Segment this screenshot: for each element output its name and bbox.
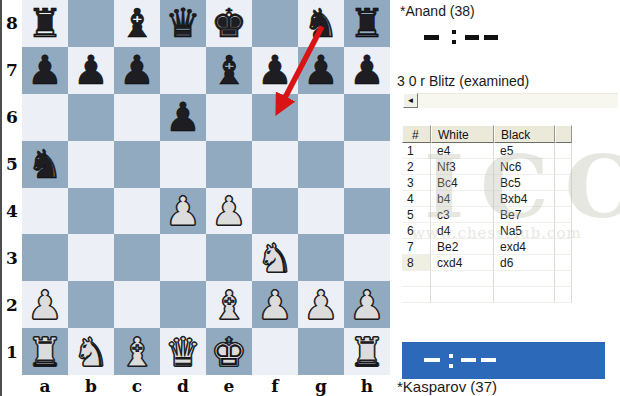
square-e3[interactable]: [206, 234, 252, 281]
empty-cell: [555, 207, 572, 223]
piece-black-rook-a8[interactable]: ♜: [27, 0, 63, 46]
square-b2[interactable]: [68, 281, 114, 328]
move-3-white-move[interactable]: Bc4: [431, 175, 494, 191]
square-f5[interactable]: [252, 141, 298, 188]
piece-black-rook-h8[interactable]: ♜: [349, 0, 385, 46]
square-b1[interactable]: ♞: [68, 328, 114, 375]
scrollbar-track[interactable]: [418, 93, 618, 108]
col-header-white[interactable]: White: [431, 125, 494, 143]
chess-board: ♜♝♛♚♞♜♟♟♟♝♟♟♟♟♞♟♟♞♟♝♟♟♟♜♞♝♛♚♜: [22, 0, 390, 375]
clock-dash: [465, 35, 479, 40]
piece-white-rook-h1[interactable]: ♜: [349, 329, 385, 375]
square-c7[interactable]: ♟: [114, 47, 160, 94]
moves-horizontal-scrollbar[interactable]: ◄: [403, 93, 618, 108]
empty-cell: [555, 175, 572, 191]
move-5-number[interactable]: 5: [402, 207, 431, 223]
empty-cell: [431, 271, 494, 287]
move-7-black-move[interactable]: exd4: [494, 239, 555, 255]
piece-white-pawn-a2[interactable]: ♟: [27, 282, 63, 328]
clock-colon-dot: [452, 30, 456, 34]
rank-label-5: 5: [2, 141, 22, 188]
square-f7[interactable]: ♟: [252, 47, 298, 94]
square-g6[interactable]: [298, 94, 344, 141]
scroll-left-icon: ◄: [407, 97, 415, 105]
square-f1[interactable]: [252, 328, 298, 375]
rank-label-6: 6: [2, 94, 22, 141]
square-g7[interactable]: ♟: [298, 47, 344, 94]
bottom-player-name: *Kasparov (37): [397, 378, 497, 395]
top-clock-value: - : --: [424, 26, 425, 27]
empty-cell: [555, 143, 572, 159]
clock-dash: [484, 35, 498, 40]
piece-white-pawn-g2[interactable]: ♟: [303, 282, 339, 328]
square-a1[interactable]: ♜: [22, 328, 68, 375]
square-e4[interactable]: ♟: [206, 188, 252, 235]
square-b7[interactable]: ♟: [68, 47, 114, 94]
square-f6[interactable]: [252, 94, 298, 141]
piece-white-bishop-e2[interactable]: ♝: [211, 282, 247, 328]
square-d4[interactable]: ♟: [160, 188, 206, 235]
square-g2[interactable]: ♟: [298, 281, 344, 328]
piece-white-pawn-h2[interactable]: ♟: [349, 282, 385, 328]
game-info-label: 3 0 r Blitz (examined): [397, 73, 529, 89]
move-4-number[interactable]: 4: [402, 191, 431, 207]
square-c1[interactable]: ♝: [114, 328, 160, 375]
move-1-number[interactable]: 1: [402, 143, 431, 159]
square-e7[interactable]: ♝: [206, 47, 252, 94]
square-b8[interactable]: [68, 0, 114, 47]
square-d1[interactable]: ♛: [160, 328, 206, 375]
square-a7[interactable]: ♟: [22, 47, 68, 94]
clock-dash: [424, 35, 439, 40]
square-h2[interactable]: ♟: [344, 281, 390, 328]
file-label-c: c: [114, 375, 160, 396]
piece-white-queen-d1[interactable]: ♛: [165, 329, 201, 375]
square-e1[interactable]: ♚: [206, 328, 252, 375]
move-1-black-move[interactable]: e5: [494, 143, 555, 159]
bottom-clock-value: - : --: [402, 342, 403, 343]
square-b4[interactable]: [68, 188, 114, 235]
empty-cell: [494, 287, 555, 303]
clock-colon-dot: [449, 364, 453, 368]
rank-label-7: 7: [2, 47, 22, 94]
square-g8[interactable]: ♞: [298, 0, 344, 47]
square-c3[interactable]: [114, 234, 160, 281]
move-2-black-move[interactable]: Nc6: [494, 159, 555, 175]
square-h6[interactable]: [344, 94, 390, 141]
square-d8[interactable]: ♛: [160, 0, 206, 47]
square-f4[interactable]: [252, 188, 298, 235]
move-row-5: 5c3Be7: [402, 207, 572, 223]
move-row-1: 1e4e5: [402, 143, 572, 159]
square-c6[interactable]: [114, 94, 160, 141]
rank-label-1: 1: [2, 328, 22, 375]
empty-cell: [555, 223, 572, 239]
square-c5[interactable]: [114, 141, 160, 188]
square-e8[interactable]: ♚: [206, 0, 252, 47]
move-row-6: 6d4Na5: [402, 223, 572, 239]
move-8-black-move[interactable]: d6: [494, 255, 555, 271]
piece-black-queen-d8[interactable]: ♛: [165, 0, 201, 46]
piece-white-knight-f3[interactable]: ♞: [257, 235, 293, 281]
file-label-f: f: [252, 375, 298, 396]
piece-black-pawn-a7[interactable]: ♟: [27, 47, 63, 93]
move-3-black-move[interactable]: Bc5: [494, 175, 555, 191]
clock-colon-dot: [449, 354, 453, 358]
move-list-body: 1e4e52Nf3Nc63Bc4Bc54b4Bxb45c3Be76d4Na57B…: [402, 143, 572, 303]
file-labels: abcdefgh: [22, 375, 390, 396]
square-c8[interactable]: ♝: [114, 0, 160, 47]
empty-cell: [402, 287, 431, 303]
file-label-b: b: [68, 375, 114, 396]
empty-cell: [402, 271, 431, 287]
move-row-3: 3Bc4Bc5: [402, 175, 572, 191]
move-row-7: 7Be2exd4: [402, 239, 572, 255]
square-h1[interactable]: ♜: [344, 328, 390, 375]
piece-black-bishop-e7[interactable]: ♝: [211, 47, 247, 93]
file-label-d: d: [160, 375, 206, 396]
square-a2[interactable]: ♟: [22, 281, 68, 328]
move-row-8: 8cxd4d6: [402, 255, 572, 271]
square-d2[interactable]: [160, 281, 206, 328]
square-b3[interactable]: [68, 234, 114, 281]
clock-colon-dot: [452, 40, 456, 44]
move-5-white-move[interactable]: c3: [431, 207, 494, 223]
move-2-white-move[interactable]: Nf3: [431, 159, 494, 175]
rank-label-3: 3: [2, 234, 22, 281]
bottom-player-clock-active: - : --: [402, 342, 605, 379]
piece-white-pawn-e4[interactable]: ♟: [211, 188, 247, 234]
square-e6[interactable]: [206, 94, 252, 141]
empty-cell: [494, 271, 555, 287]
empty-cell: [555, 287, 572, 303]
square-f3[interactable]: ♞: [252, 234, 298, 281]
empty-cell: [555, 255, 572, 271]
clock-dash: [461, 358, 476, 362]
piece-white-king-e1[interactable]: ♚: [211, 329, 247, 375]
square-c2[interactable]: [114, 281, 160, 328]
piece-white-knight-b1[interactable]: ♞: [73, 329, 109, 375]
chess-app-window: 87654321 ♜♝♛♚♞♜♟♟♟♝♟♟♟♟♞♟♟♞♟♝♟♟♟♜♞♝♛♚♜ a…: [0, 0, 620, 396]
piece-white-pawn-f2[interactable]: ♟: [257, 282, 293, 328]
piece-white-pawn-d4[interactable]: ♟: [165, 188, 201, 234]
move-4-white-move[interactable]: b4: [431, 191, 494, 207]
move-4-black-move[interactable]: Bxb4: [494, 191, 555, 207]
square-d5[interactable]: [160, 141, 206, 188]
top-player-clock: - : --: [424, 26, 506, 50]
square-g1[interactable]: [298, 328, 344, 375]
clock-dash: [424, 358, 440, 362]
square-f8[interactable]: [252, 0, 298, 47]
piece-black-knight-g8[interactable]: ♞: [303, 0, 339, 46]
piece-black-pawn-c7[interactable]: ♟: [119, 47, 155, 93]
scroll-left-button[interactable]: ◄: [403, 93, 418, 108]
square-a4[interactable]: [22, 188, 68, 235]
move-1-white-move[interactable]: e4: [431, 143, 494, 159]
square-b6[interactable]: [68, 94, 114, 141]
file-label-g: g: [298, 375, 344, 396]
square-b5[interactable]: [68, 141, 114, 188]
square-g4[interactable]: [298, 188, 344, 235]
piece-black-pawn-b7[interactable]: ♟: [73, 47, 109, 93]
move-2-number[interactable]: 2: [402, 159, 431, 175]
square-h4[interactable]: [344, 188, 390, 235]
rank-labels: 87654321: [2, 0, 22, 375]
square-h3[interactable]: [344, 234, 390, 281]
piece-black-pawn-h7[interactable]: ♟: [349, 47, 385, 93]
top-player-name: *Anand (38): [400, 3, 475, 19]
rank-label-8: 8: [2, 0, 22, 47]
move-row-2: 2Nf3Nc6: [402, 159, 572, 175]
file-label-e: e: [206, 375, 252, 396]
move-5-black-move[interactable]: Be7: [494, 207, 555, 223]
piece-white-bishop-c1[interactable]: ♝: [119, 329, 155, 375]
square-a5[interactable]: ♞: [22, 141, 68, 188]
square-a8[interactable]: ♜: [22, 0, 68, 47]
piece-black-pawn-f7[interactable]: ♟: [257, 47, 293, 93]
move-row-empty: [402, 271, 572, 287]
empty-cell: [555, 159, 572, 175]
file-label-a: a: [22, 375, 68, 396]
square-a3[interactable]: [22, 234, 68, 281]
square-h7[interactable]: ♟: [344, 47, 390, 94]
square-h5[interactable]: [344, 141, 390, 188]
col-header-extra[interactable]: [555, 125, 572, 143]
piece-black-knight-a5[interactable]: ♞: [27, 141, 63, 187]
square-c4[interactable]: [114, 188, 160, 235]
col-header-number[interactable]: #: [402, 125, 431, 143]
rank-label-2: 2: [2, 281, 22, 328]
move-8-number[interactable]: 8: [402, 255, 431, 271]
move-3-number[interactable]: 3: [402, 175, 431, 191]
empty-cell: [555, 239, 572, 255]
square-d6[interactable]: ♟: [160, 94, 206, 141]
move-7-white-move[interactable]: Be2: [431, 239, 494, 255]
empty-cell: [555, 191, 572, 207]
move-list-table: # White Black 1e4e52Nf3Nc63Bc4Bc54b4Bxb4…: [402, 125, 572, 303]
piece-black-king-e8[interactable]: ♚: [211, 0, 247, 46]
square-e2[interactable]: ♝: [206, 281, 252, 328]
square-h8[interactable]: ♜: [344, 0, 390, 47]
move-row-4: 4b4Bxb4: [402, 191, 572, 207]
col-header-black[interactable]: Black: [494, 125, 555, 143]
square-d7[interactable]: [160, 47, 206, 94]
empty-cell: [431, 287, 494, 303]
piece-black-pawn-d6[interactable]: ♟: [165, 94, 201, 140]
move-7-number[interactable]: 7: [402, 239, 431, 255]
square-e5[interactable]: [206, 141, 252, 188]
move-8-white-move[interactable]: cxd4: [431, 255, 494, 271]
square-a6[interactable]: [22, 94, 68, 141]
clock-dash: [481, 358, 496, 362]
move-6-white-move[interactable]: d4: [431, 223, 494, 239]
piece-black-bishop-c8[interactable]: ♝: [119, 0, 155, 46]
move-6-number[interactable]: 6: [402, 223, 431, 239]
square-d3[interactable]: [160, 234, 206, 281]
move-row-empty: [402, 287, 572, 303]
piece-white-rook-a1[interactable]: ♜: [27, 329, 63, 375]
square-f2[interactable]: ♟: [252, 281, 298, 328]
move-6-black-move[interactable]: Na5: [494, 223, 555, 239]
square-g5[interactable]: [298, 141, 344, 188]
square-g3[interactable]: [298, 234, 344, 281]
empty-cell: [555, 271, 572, 287]
rank-label-4: 4: [2, 188, 22, 235]
move-list-header: # White Black: [402, 125, 572, 143]
file-label-h: h: [344, 375, 390, 396]
piece-black-pawn-g7[interactable]: ♟: [303, 47, 339, 93]
